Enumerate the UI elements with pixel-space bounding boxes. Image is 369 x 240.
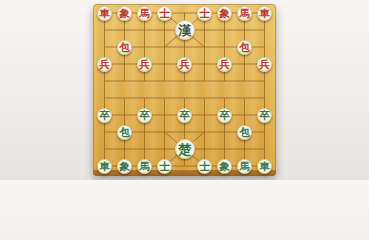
- piece-green-r10c1[interactable]: 車: [97, 159, 112, 174]
- piece-green-r8c2[interactable]: 包: [117, 125, 132, 140]
- piece-red-r1c8[interactable]: 馬: [237, 6, 252, 21]
- piece-green-r7c9[interactable]: 卒: [257, 108, 272, 123]
- general-green-r9c5[interactable]: 楚: [175, 139, 195, 159]
- piece-green-r10c7[interactable]: 象: [217, 159, 232, 174]
- piece-green-r8c8[interactable]: 包: [237, 125, 252, 140]
- piece-red-r4c5[interactable]: 兵: [177, 57, 192, 72]
- piece-green-r10c8[interactable]: 馬: [237, 159, 252, 174]
- piece-green-r7c7[interactable]: 卒: [217, 108, 232, 123]
- piece-green-r10c3[interactable]: 馬: [137, 159, 152, 174]
- piece-red-r1c9[interactable]: 車: [257, 6, 272, 21]
- piece-red-r1c7[interactable]: 象: [217, 6, 232, 21]
- piece-red-r1c3[interactable]: 馬: [137, 6, 152, 21]
- piece-red-r4c3[interactable]: 兵: [137, 57, 152, 72]
- piece-green-r10c2[interactable]: 象: [117, 159, 132, 174]
- piece-red-r3c8[interactable]: 包: [237, 40, 252, 55]
- piece-green-r7c3[interactable]: 卒: [137, 108, 152, 123]
- piece-red-r1c4[interactable]: 士: [157, 6, 172, 21]
- general-red-r2c5[interactable]: 漢: [175, 20, 195, 40]
- piece-green-r7c1[interactable]: 卒: [97, 108, 112, 123]
- piece-green-r7c5[interactable]: 卒: [177, 108, 192, 123]
- board-grid: 車象馬士士象馬車漢包包兵兵兵兵兵卒卒卒卒卒包包楚車象馬士士象馬車: [95, 5, 275, 175]
- xiangqi-board: 車象馬士士象馬車漢包包兵兵兵兵兵卒卒卒卒卒包包楚車象馬士士象馬車: [93, 4, 276, 176]
- piece-red-r4c1[interactable]: 兵: [97, 57, 112, 72]
- piece-red-r4c9[interactable]: 兵: [257, 57, 272, 72]
- piece-red-r1c2[interactable]: 象: [117, 6, 132, 21]
- piece-red-r1c6[interactable]: 士: [197, 6, 212, 21]
- piece-green-r10c9[interactable]: 車: [257, 159, 272, 174]
- piece-red-r4c7[interactable]: 兵: [217, 57, 232, 72]
- background: 車象馬士士象馬車漢包包兵兵兵兵兵卒卒卒卒卒包包楚車象馬士士象馬車: [0, 0, 369, 180]
- piece-red-r1c1[interactable]: 車: [97, 6, 112, 21]
- piece-red-r3c2[interactable]: 包: [117, 40, 132, 55]
- piece-green-r10c6[interactable]: 士: [197, 159, 212, 174]
- piece-green-r10c4[interactable]: 士: [157, 159, 172, 174]
